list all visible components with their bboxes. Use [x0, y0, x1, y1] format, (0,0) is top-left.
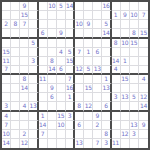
cell-r8c9[interactable]: 12 [75, 66, 84, 75]
cell-r10c12[interactable]: 13 [102, 84, 111, 93]
given-digit: 10 [3, 131, 10, 137]
given-digit: 10 [48, 3, 55, 9]
cell-r3c2[interactable]: 8 [11, 20, 20, 29]
cell-r13c9[interactable] [75, 112, 84, 121]
cell-r8c10[interactable]: 5 [84, 66, 93, 75]
cell-r11c10[interactable] [84, 93, 93, 102]
cell-r3c8[interactable] [66, 20, 75, 29]
cell-r8c4[interactable] [29, 66, 38, 75]
cell-r2c11[interactable] [93, 11, 102, 20]
cell-r1c15[interactable] [130, 2, 139, 11]
given-digit: 9 [123, 12, 127, 18]
given-digit: 12 [121, 131, 128, 137]
cell-r1c12[interactable]: 16 [102, 2, 111, 11]
cell-r11c1[interactable] [2, 93, 11, 102]
cell-r15c14[interactable]: 12 [121, 130, 130, 139]
cell-r16c10[interactable] [84, 139, 93, 148]
cell-r7c13[interactable]: 14 [112, 57, 121, 66]
cell-r6c4[interactable] [29, 48, 38, 57]
cell-r5c5[interactable] [39, 39, 48, 48]
given-digit: 4 [114, 66, 118, 72]
given-digit: 3 [68, 113, 72, 119]
cell-r15c11[interactable] [93, 130, 102, 139]
given-digit: 3 [104, 140, 108, 146]
cell-r9c13[interactable] [112, 75, 121, 84]
given-digit: 4 [4, 113, 8, 119]
cell-r9c12[interactable]: 1 [102, 75, 111, 84]
cell-r9c7[interactable] [57, 75, 66, 84]
cell-r5c11[interactable] [93, 39, 102, 48]
cell-r6c3[interactable] [20, 48, 29, 57]
cell-r2c5[interactable] [39, 11, 48, 20]
cell-r12c15[interactable] [130, 102, 139, 111]
cell-r12c1[interactable]: 3 [2, 102, 11, 111]
cell-r14c14[interactable] [121, 121, 130, 130]
cell-r4c7[interactable]: 9 [57, 29, 66, 38]
given-digit: 9 [142, 122, 146, 128]
cell-r1c13[interactable] [112, 2, 121, 11]
cell-r9c8[interactable]: 7 [66, 75, 75, 84]
cell-r5c10[interactable] [84, 39, 93, 48]
cell-r12c13[interactable] [112, 102, 121, 111]
cell-r14c5[interactable]: 14 [39, 121, 48, 130]
cell-r13c10[interactable] [84, 112, 93, 121]
cell-r13c8[interactable]: 3 [66, 112, 75, 121]
cell-r1c1[interactable] [2, 2, 11, 11]
cell-r7c6[interactable]: 8 [48, 57, 57, 66]
cell-r13c15[interactable] [130, 112, 139, 121]
cell-r8c5[interactable] [39, 66, 48, 75]
cell-r13c6[interactable] [48, 112, 57, 121]
cell-r2c3[interactable]: 15 [20, 11, 29, 20]
cell-r16c8[interactable] [66, 139, 75, 148]
given-digit: 15 [66, 58, 73, 64]
cell-r13c11[interactable]: 9 [93, 112, 102, 121]
cell-r8c6[interactable]: 14 [48, 66, 57, 75]
cell-r8c3[interactable] [20, 66, 29, 75]
cell-r14c1[interactable]: 7 [2, 121, 11, 130]
cell-r15c3[interactable]: 2 [20, 130, 29, 139]
given-digit: 3 [31, 58, 35, 64]
cell-r4c5[interactable]: 6 [39, 29, 48, 38]
cell-r5c2[interactable] [11, 39, 20, 48]
cell-r4c3[interactable] [20, 29, 29, 38]
cell-r2c14[interactable]: 9 [121, 11, 130, 20]
cell-r6c16[interactable] [139, 48, 148, 57]
given-digit: 7 [4, 122, 8, 128]
cell-r3c12[interactable]: 5 [102, 20, 111, 29]
cell-r4c12[interactable]: 14 [102, 29, 111, 38]
given-digit: 9 [59, 30, 63, 36]
cell-r1c3[interactable]: 9 [20, 2, 29, 11]
cell-r12c14[interactable] [121, 102, 130, 111]
cell-r16c1[interactable]: 14 [2, 139, 11, 148]
cell-r14c4[interactable] [29, 121, 38, 130]
cell-r16c13[interactable]: 11 [112, 139, 121, 148]
cell-r5c14[interactable]: 10 [121, 39, 130, 48]
cell-r12c9[interactable]: 8 [75, 102, 84, 111]
cell-r15c16[interactable] [139, 130, 148, 139]
cell-r4c1[interactable] [2, 29, 11, 38]
cell-r4c2[interactable] [11, 29, 20, 38]
given-digit: 6 [50, 94, 54, 100]
cell-r16c16[interactable] [139, 139, 148, 148]
cell-r5c7[interactable] [57, 39, 66, 48]
cell-r7c5[interactable] [39, 57, 48, 66]
cell-r14c3[interactable] [20, 121, 29, 130]
cell-r13c7[interactable]: 15 [57, 112, 66, 121]
cell-r9c3[interactable]: 8 [20, 75, 29, 84]
cell-r6c6[interactable] [48, 48, 57, 57]
cell-r3c3[interactable]: 7 [20, 20, 29, 29]
given-digit: 8 [114, 40, 118, 46]
given-digit: 14 [66, 3, 73, 9]
given-digit: 5 [86, 66, 90, 72]
cell-r16c9[interactable]: 13 [75, 139, 84, 148]
cell-r16c2[interactable] [11, 139, 20, 148]
cell-r12c3[interactable]: 4 [20, 102, 29, 111]
cell-r4c4[interactable] [29, 29, 38, 38]
cell-r8c14[interactable] [121, 66, 130, 75]
cell-r14c9[interactable]: 6 [75, 121, 84, 130]
cell-r4c13[interactable] [112, 29, 121, 38]
cell-r6c7[interactable]: 4 [57, 48, 66, 57]
cell-r9c11[interactable] [93, 75, 102, 84]
given-digit: 11 [112, 140, 119, 146]
cell-r7c12[interactable] [102, 57, 111, 66]
cell-r6c5[interactable] [39, 48, 48, 57]
cell-r15c10[interactable] [84, 130, 93, 139]
cell-r14c16[interactable]: 9 [139, 121, 148, 130]
cell-r16c7[interactable] [57, 139, 66, 148]
cell-r2c15[interactable]: 10 [130, 11, 139, 20]
given-digit: 12 [76, 66, 83, 72]
cell-r7c4[interactable]: 3 [29, 57, 38, 66]
cell-r12c8[interactable] [66, 102, 75, 111]
cell-r7c3[interactable] [20, 57, 29, 66]
cell-r9c9[interactable] [75, 75, 84, 84]
cell-r6c10[interactable]: 1 [84, 48, 93, 57]
cell-r9c4[interactable] [29, 75, 38, 84]
cell-r1c2[interactable] [11, 2, 20, 11]
given-digit: 14 [140, 103, 147, 109]
cell-r16c14[interactable] [121, 139, 130, 148]
given-digit: 7 [4, 66, 8, 72]
cell-r13c5[interactable]: 1 [39, 112, 48, 121]
cell-r3c15[interactable] [130, 20, 139, 29]
cell-r3c9[interactable]: 10 [75, 20, 84, 29]
cell-r16c15[interactable] [130, 139, 139, 148]
cell-r2c12[interactable] [102, 11, 111, 20]
cell-r13c2[interactable] [11, 112, 20, 121]
cell-r13c14[interactable] [121, 112, 130, 121]
cell-r1c11[interactable] [93, 2, 102, 11]
cell-r13c13[interactable] [112, 112, 121, 121]
cell-r11c7[interactable] [57, 93, 66, 102]
cell-r11c16[interactable]: 12 [139, 93, 148, 102]
given-digit: 5 [59, 3, 63, 9]
given-digit: 8 [13, 21, 17, 27]
cell-r11c5[interactable] [39, 93, 48, 102]
cell-r4c9[interactable] [75, 29, 84, 38]
cell-r7c14[interactable]: 1 [121, 57, 130, 66]
cell-r12c4[interactable]: 13 [29, 102, 38, 111]
cell-r6c8[interactable]: 5 [66, 48, 75, 57]
cell-r3c6[interactable] [48, 20, 57, 29]
cell-r7c7[interactable] [57, 57, 66, 66]
cell-r16c6[interactable] [48, 139, 57, 148]
cell-r6c13[interactable] [112, 48, 121, 57]
cell-r15c13[interactable] [112, 130, 121, 139]
cell-r1c9[interactable] [75, 2, 84, 11]
cell-r10c16[interactable] [139, 84, 148, 93]
cell-r12c7[interactable] [57, 102, 66, 111]
cell-r15c2[interactable] [11, 130, 20, 139]
cell-r5c16[interactable] [139, 39, 148, 48]
given-digit: 13 [94, 66, 101, 72]
given-digit: 9 [23, 3, 27, 9]
cell-r10c1[interactable] [2, 84, 11, 93]
cell-r2c1[interactable] [2, 11, 11, 20]
given-digit: 13 [130, 122, 137, 128]
cell-r10c15[interactable] [130, 84, 139, 93]
cell-r14c7[interactable]: 10 [57, 121, 66, 130]
cell-r11c15[interactable]: 5 [130, 93, 139, 102]
given-digit: 15 [85, 85, 92, 91]
cell-r13c12[interactable] [102, 112, 111, 121]
cell-r11c9[interactable] [75, 93, 84, 102]
cell-r8c1[interactable]: 7 [2, 66, 11, 75]
cell-r11c8[interactable]: 1 [66, 93, 75, 102]
cell-r5c4[interactable]: 5 [29, 39, 38, 48]
cell-r2c9[interactable] [75, 11, 84, 20]
cell-r5c1[interactable] [2, 39, 11, 48]
cell-r14c15[interactable]: 13 [130, 121, 139, 130]
cell-r2c10[interactable] [84, 11, 93, 20]
cell-r9c6[interactable] [48, 75, 57, 84]
given-digit: 14 [39, 122, 46, 128]
cell-r14c8[interactable] [66, 121, 75, 130]
cell-r10c13[interactable] [112, 84, 121, 93]
given-digit: 8 [132, 30, 136, 36]
cell-r7c8[interactable]: 15 [66, 57, 75, 66]
cell-r10c2[interactable] [11, 84, 20, 93]
cell-r4c11[interactable] [93, 29, 102, 38]
cell-r3c1[interactable]: 2 [2, 20, 11, 29]
cell-r6c1[interactable]: 15 [2, 48, 11, 57]
cell-r13c16[interactable] [139, 112, 148, 121]
given-digit: 8 [23, 76, 27, 82]
cell-r8c8[interactable] [66, 66, 75, 75]
cell-r11c13[interactable]: 3 [112, 93, 121, 102]
cell-r10c14[interactable] [121, 84, 130, 93]
cell-r1c7[interactable]: 5 [57, 2, 66, 11]
cell-r11c3[interactable] [20, 93, 29, 102]
cell-r7c16[interactable] [139, 57, 148, 66]
cell-r8c12[interactable] [102, 66, 111, 75]
cell-r11c12[interactable] [102, 93, 111, 102]
cell-r11c4[interactable] [29, 93, 38, 102]
cell-r5c3[interactable] [20, 39, 29, 48]
cell-r1c8[interactable]: 14 [66, 2, 75, 11]
cell-r2c7[interactable] [57, 11, 66, 20]
cell-r3c14[interactable] [121, 20, 130, 29]
cell-r7c10[interactable] [84, 57, 93, 66]
cell-r6c14[interactable] [121, 48, 130, 57]
cell-r3c10[interactable]: 9 [84, 20, 93, 29]
cell-r15c12[interactable]: 8 [102, 130, 111, 139]
cell-r8c15[interactable] [130, 66, 139, 75]
cell-r10c7[interactable] [57, 84, 66, 93]
cell-r4c8[interactable] [66, 29, 75, 38]
cell-r4c10[interactable] [84, 29, 93, 38]
cell-r2c8[interactable] [66, 11, 75, 20]
cell-r12c12[interactable]: 6 [102, 102, 111, 111]
given-digit: 1 [68, 94, 72, 100]
cell-r1c5[interactable] [39, 2, 48, 11]
cell-r4c15[interactable]: 8 [130, 29, 139, 38]
cell-r15c5[interactable]: 7 [39, 130, 48, 139]
cell-r3c13[interactable] [112, 20, 121, 29]
cell-r8c16[interactable] [139, 66, 148, 75]
cell-r1c10[interactable] [84, 2, 93, 11]
cell-r12c6[interactable] [48, 102, 57, 111]
cell-r13c3[interactable] [20, 112, 29, 121]
cell-r9c16[interactable]: 4 [139, 75, 148, 84]
cell-r6c12[interactable] [102, 48, 111, 57]
cell-r16c3[interactable]: 12 [20, 139, 29, 148]
cell-r13c4[interactable] [29, 112, 38, 121]
cell-r15c6[interactable] [48, 130, 57, 139]
cell-r9c2[interactable] [11, 75, 20, 84]
cell-r8c13[interactable]: 4 [112, 66, 121, 75]
cell-r2c6[interactable] [48, 11, 57, 20]
cell-r12c11[interactable] [93, 102, 102, 111]
given-digit: 9 [50, 85, 54, 91]
given-digit: 1 [86, 49, 90, 55]
cell-r4c6[interactable] [48, 29, 57, 38]
cell-r1c6[interactable]: 10 [48, 2, 57, 11]
cell-r6c2[interactable] [11, 48, 20, 57]
cell-r8c7[interactable]: 6 [57, 66, 66, 75]
cell-r4c14[interactable] [121, 29, 130, 38]
cell-r7c1[interactable]: 11 [2, 57, 11, 66]
cell-r5c9[interactable] [75, 39, 84, 48]
cell-r7c15[interactable] [130, 57, 139, 66]
cell-r2c4[interactable] [29, 11, 38, 20]
cell-r13c1[interactable]: 4 [2, 112, 11, 121]
cell-r14c11[interactable]: 2 [93, 121, 102, 130]
cell-r15c7[interactable] [57, 130, 66, 139]
cell-r5c15[interactable]: 15 [130, 39, 139, 48]
cell-r11c6[interactable]: 6 [48, 93, 57, 102]
cell-r6c9[interactable]: 7 [75, 48, 84, 57]
cell-r7c11[interactable] [93, 57, 102, 66]
cell-r3c11[interactable] [93, 20, 102, 29]
given-digit: 15 [140, 30, 147, 36]
cell-r10c3[interactable]: 14 [20, 84, 29, 93]
cell-r5c6[interactable] [48, 39, 57, 48]
cell-r12c2[interactable] [11, 102, 20, 111]
cell-r9c14[interactable]: 15 [121, 75, 130, 84]
cell-r1c4[interactable] [29, 2, 38, 11]
given-digit: 6 [104, 103, 108, 109]
cell-r14c12[interactable] [102, 121, 111, 130]
cell-r7c2[interactable] [11, 57, 20, 66]
cell-r14c2[interactable] [11, 121, 20, 130]
cell-r3c16[interactable] [139, 20, 148, 29]
cell-r2c16[interactable]: 7 [139, 11, 148, 20]
cell-r2c13[interactable]: 1 [112, 11, 121, 20]
given-digit: 7 [77, 49, 81, 55]
cell-r5c8[interactable] [66, 39, 75, 48]
cell-r16c4[interactable] [29, 139, 38, 148]
cell-r10c4[interactable] [29, 84, 38, 93]
cell-r10c5[interactable] [39, 84, 48, 93]
cell-r4c16[interactable]: 15 [139, 29, 148, 38]
cell-r8c11[interactable]: 13 [93, 66, 102, 75]
cell-r11c11[interactable] [93, 93, 102, 102]
cell-r3c5[interactable] [39, 20, 48, 29]
cell-r10c6[interactable]: 9 [48, 84, 57, 93]
cell-r9c15[interactable] [130, 75, 139, 84]
cell-r14c6[interactable] [48, 121, 57, 130]
given-digit: 8 [50, 58, 54, 64]
cell-r15c8[interactable] [66, 130, 75, 139]
cell-r5c12[interactable] [102, 39, 111, 48]
cell-r1c16[interactable] [139, 2, 148, 11]
cell-r16c5[interactable] [39, 139, 48, 148]
cell-r10c10[interactable]: 15 [84, 84, 93, 93]
given-digit: 1 [41, 113, 45, 119]
cell-r15c1[interactable]: 10 [2, 130, 11, 139]
cell-r9c10[interactable] [84, 75, 93, 84]
cell-r15c9[interactable] [75, 130, 84, 139]
cell-r11c2[interactable] [11, 93, 20, 102]
cell-r11c14[interactable]: 13 [121, 93, 130, 102]
cell-r12c10[interactable]: 12 [84, 102, 93, 111]
cell-r10c9[interactable] [75, 84, 84, 93]
cell-r1c14[interactable] [121, 2, 130, 11]
cell-r6c15[interactable] [130, 48, 139, 57]
cell-r16c12[interactable]: 3 [102, 139, 111, 148]
cell-r10c8[interactable]: 16 [66, 84, 75, 93]
cell-r3c4[interactable] [29, 20, 38, 29]
cell-r3c7[interactable] [57, 20, 66, 29]
cell-r2c2[interactable] [11, 11, 20, 20]
given-digit: 16 [102, 3, 109, 9]
cell-r9c1[interactable] [2, 75, 11, 84]
given-digit: 6 [77, 122, 81, 128]
cell-r10c11[interactable] [93, 84, 102, 93]
given-digit: 15 [130, 40, 137, 46]
cell-r15c4[interactable] [29, 130, 38, 139]
cell-r15c15[interactable]: 3 [130, 130, 139, 139]
cell-r14c13[interactable] [112, 121, 121, 130]
cell-r7c9[interactable] [75, 57, 84, 66]
given-digit: 12 [85, 103, 92, 109]
given-digit: 4 [23, 103, 27, 109]
cell-r5c13[interactable]: 8 [112, 39, 121, 48]
cell-r9c5[interactable]: 11 [39, 75, 48, 84]
given-digit: 7 [96, 140, 100, 146]
cell-r14c10[interactable] [84, 121, 93, 130]
cell-r12c5[interactable] [39, 102, 48, 111]
cell-r8c2[interactable] [11, 66, 20, 75]
cell-r6c11[interactable]: 6 [93, 48, 102, 57]
cell-r16c11[interactable]: 7 [93, 139, 102, 148]
cell-r12c16[interactable]: 14 [139, 102, 148, 111]
